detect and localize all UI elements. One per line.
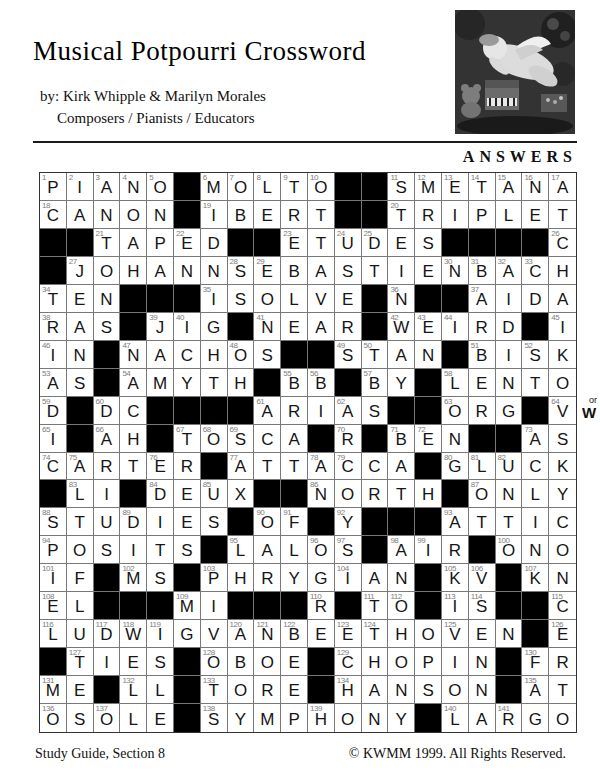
letter-cell: G <box>496 397 523 425</box>
cell-letter: R <box>335 428 361 452</box>
cell-letter: I <box>442 595 468 619</box>
letter-cell: 13E <box>442 173 469 201</box>
letter-cell: 5O <box>147 173 174 201</box>
cell-letter: R <box>549 651 576 675</box>
cell-letter: N <box>469 679 495 703</box>
page-title: Musical Potpourri Crossword <box>33 36 366 67</box>
cell-letter: S <box>522 344 548 368</box>
cell-letter: T <box>201 372 227 396</box>
cell-letter: T <box>281 455 307 479</box>
letter-cell: P <box>415 648 442 676</box>
letter-cell: 101I <box>40 564 67 592</box>
cell-letter: W <box>120 623 146 647</box>
header-photo <box>455 10 575 134</box>
cell-letter: S <box>254 344 280 368</box>
black-cell <box>40 229 67 257</box>
cell-letter: B <box>388 428 414 452</box>
letter-cell: 17A <box>549 173 576 201</box>
cell-letter: T <box>388 204 414 228</box>
letter-cell: N <box>388 676 415 704</box>
black-cell <box>40 257 67 285</box>
letter-cell: 10O <box>308 173 335 201</box>
cell-letter: S <box>228 260 254 284</box>
cell-letter: A <box>388 455 414 479</box>
cherub-photo-illustration <box>455 10 575 134</box>
cell-letter: I <box>496 288 522 312</box>
cell-letter: N <box>94 204 120 228</box>
black-cell <box>415 369 442 397</box>
cell-letter: O <box>40 708 66 732</box>
letter-cell: S <box>254 341 281 369</box>
cell-letter: D <box>362 232 388 256</box>
letter-cell: 136O <box>40 704 67 732</box>
cell-letter: I <box>201 595 227 619</box>
cell-letter: O <box>201 651 227 675</box>
letter-cell: Y <box>549 480 576 508</box>
letter-cell: 133T <box>201 676 228 704</box>
letter-cell: R <box>549 648 576 676</box>
letter-cell: R <box>94 453 121 481</box>
letter-cell: 2I <box>67 173 94 201</box>
cell-letter: R <box>40 316 66 340</box>
letter-cell: 140L <box>442 704 469 732</box>
black-cell <box>469 536 496 564</box>
cell-letter: S <box>335 344 361 368</box>
black-cell <box>308 341 335 369</box>
cell-letter: A <box>335 400 361 424</box>
cell-letter: E <box>174 511 200 535</box>
letter-cell: O <box>549 369 576 397</box>
header-divider <box>33 141 577 143</box>
cell-letter: E <box>281 679 307 703</box>
letter-cell: 82U <box>496 453 523 481</box>
letter-cell: 119I <box>147 620 174 648</box>
letter-cell: E <box>281 313 308 341</box>
cell-letter: T <box>40 288 66 312</box>
cell-letter: B <box>281 260 307 284</box>
letter-cell: 18C <box>40 201 67 229</box>
cell-letter: O <box>228 679 254 703</box>
cell-letter: V <box>201 623 227 647</box>
letter-cell: 130F <box>522 648 549 676</box>
cell-letter: L <box>120 708 146 732</box>
cell-letter: M <box>254 708 280 732</box>
letter-cell: 4N <box>120 173 147 201</box>
letter-cell: A <box>147 341 174 369</box>
letter-cell: I <box>442 648 469 676</box>
byline-roles: Composers / Pianists / Educators <box>57 110 255 127</box>
cell-letter: P <box>469 204 495 228</box>
cell-letter: U <box>496 455 522 479</box>
cell-letter: T <box>67 511 93 535</box>
cell-letter: E <box>147 708 173 732</box>
footer-copyright: © KWMM 1999. All Rights Reserved. <box>349 746 566 762</box>
cell-letter: K <box>522 567 548 591</box>
cell-letter: N <box>254 316 280 340</box>
black-cell <box>174 676 201 704</box>
cell-letter: O <box>228 176 254 200</box>
cell-letter: L <box>281 288 307 312</box>
cell-letter: R <box>281 400 307 424</box>
letter-cell: 105K <box>442 564 469 592</box>
letter-cell: 107K <box>522 564 549 592</box>
letter-cell: Y <box>388 704 415 732</box>
cell-letter: A <box>228 455 254 479</box>
letter-cell: 135A <box>522 676 549 704</box>
cell-letter: N <box>496 623 522 647</box>
black-cell <box>281 341 308 369</box>
letter-cell: I <box>522 508 549 536</box>
letter-cell: O <box>120 201 147 229</box>
letter-cell: T <box>308 201 335 229</box>
letter-cell: E <box>388 229 415 257</box>
letter-cell: 37A <box>469 285 496 313</box>
cell-letter: I <box>442 316 468 340</box>
letter-cell: 74C <box>40 453 67 481</box>
cell-letter: E <box>67 679 93 703</box>
byline: by: Kirk Whipple & Marilyn Morales <box>40 88 266 105</box>
letter-cell: 43E <box>415 313 442 341</box>
cell-letter: N <box>67 344 93 368</box>
letter-cell: 113I <box>442 592 469 620</box>
black-cell <box>228 313 255 341</box>
cell-letter: S <box>362 400 388 424</box>
cell-letter: Y <box>388 708 414 732</box>
cell-letter: N <box>201 260 227 284</box>
letter-cell: O <box>442 676 469 704</box>
cell-letter: K <box>549 455 576 479</box>
cell-letter: K <box>442 567 468 591</box>
cell-letter: O <box>335 708 361 732</box>
black-cell <box>174 201 201 229</box>
cell-letter: T <box>362 595 388 619</box>
letter-cell: N <box>549 564 576 592</box>
cell-letter: B <box>228 204 254 228</box>
cell-letter: T <box>469 176 495 200</box>
cell-letter: A <box>120 372 146 396</box>
cell-letter: S <box>40 511 66 535</box>
letter-cell: S <box>94 536 121 564</box>
black-cell <box>308 648 335 676</box>
letter-cell: L <box>281 285 308 313</box>
letter-cell: 88S <box>40 508 67 536</box>
letter-cell: L <box>496 201 523 229</box>
cell-letter: O <box>308 539 334 563</box>
cell-letter: B <box>281 623 307 647</box>
letter-cell: H <box>362 648 389 676</box>
letter-cell: T <box>549 676 576 704</box>
letter-cell: V <box>308 285 335 313</box>
cell-letter: S <box>67 372 93 396</box>
black-cell <box>40 480 67 508</box>
cell-letter: E <box>415 260 441 284</box>
cell-letter: S <box>94 539 120 563</box>
letter-cell: Y <box>281 564 308 592</box>
cell-letter: E <box>469 372 495 396</box>
cell-letter: B <box>228 651 254 675</box>
letter-cell: 77A <box>228 453 255 481</box>
cell-letter: S <box>67 708 93 732</box>
black-cell <box>415 508 442 536</box>
letter-cell: 87O <box>469 480 496 508</box>
cell-letter: V <box>469 567 495 591</box>
cell-letter: H <box>228 372 254 396</box>
cell-letter: T <box>496 511 522 535</box>
black-cell <box>335 369 362 397</box>
letter-cell: 54A <box>120 369 147 397</box>
cell-letter: L <box>496 204 522 228</box>
cell-letter: R <box>496 708 522 732</box>
cell-letter: L <box>442 372 468 396</box>
cell-letter: N <box>254 623 280 647</box>
letter-cell: D <box>201 229 228 257</box>
cell-letter: N <box>94 288 120 312</box>
cell-letter: P <box>40 539 66 563</box>
black-cell <box>388 397 415 425</box>
cell-letter: A <box>522 428 548 452</box>
letter-cell: 39J <box>147 313 174 341</box>
letter-cell: N <box>469 676 496 704</box>
black-cell <box>254 480 281 508</box>
black-cell <box>469 425 496 453</box>
letter-cell: L <box>120 704 147 732</box>
letter-cell: S <box>415 229 442 257</box>
cell-letter: E <box>254 204 280 228</box>
letter-cell: C <box>362 453 389 481</box>
cell-letter: O <box>442 400 468 424</box>
cell-letter: O <box>335 483 361 507</box>
letter-cell: S <box>362 397 389 425</box>
letter-cell: I <box>496 341 523 369</box>
black-cell <box>362 201 389 229</box>
letter-cell: 48O <box>228 341 255 369</box>
cell-letter: F <box>522 651 548 675</box>
cell-letter: A <box>549 176 576 200</box>
answer-64-alternate: or W <box>578 396 600 420</box>
cell-letter: H <box>308 708 334 732</box>
cell-letter: A <box>254 539 280 563</box>
letter-cell: N <box>362 704 389 732</box>
cell-letter: G <box>496 400 522 424</box>
letter-cell: E <box>174 480 201 508</box>
letter-cell: 75A <box>67 453 94 481</box>
cell-letter: E <box>388 232 414 256</box>
letter-cell: H <box>388 620 415 648</box>
letter-cell: A <box>281 425 308 453</box>
cell-letter: A <box>388 344 414 368</box>
black-cell <box>201 397 228 425</box>
cell-letter: I <box>174 316 200 340</box>
cell-letter: T <box>362 260 388 284</box>
cell-letter: G <box>442 455 468 479</box>
black-cell <box>362 508 389 536</box>
letter-cell: H <box>415 480 442 508</box>
cell-letter: S <box>147 651 173 675</box>
cell-letter: X <box>228 483 254 507</box>
letter-cell: E <box>522 201 549 229</box>
black-cell <box>120 480 147 508</box>
letter-cell: A <box>549 285 576 313</box>
letter-cell: 42W <box>388 313 415 341</box>
cell-letter: A <box>308 260 334 284</box>
letter-cell: R <box>442 536 469 564</box>
letter-cell: 120A <box>228 620 255 648</box>
cell-letter: H <box>388 623 414 647</box>
black-cell <box>415 453 442 481</box>
letter-cell: 8L <box>254 173 281 201</box>
cell-letter: T <box>147 539 173 563</box>
answer-64-alt-letter: W <box>578 405 600 420</box>
black-cell <box>415 564 442 592</box>
black-cell <box>522 620 549 648</box>
cell-letter: M <box>415 176 441 200</box>
letter-cell: 92Y <box>335 508 362 536</box>
cell-letter: E <box>174 232 200 256</box>
cell-letter: T <box>174 428 200 452</box>
letter-cell: T <box>496 508 523 536</box>
letter-cell: R <box>469 397 496 425</box>
cell-letter: P <box>281 708 307 732</box>
cell-letter: T <box>522 372 548 396</box>
letter-cell: E <box>415 257 442 285</box>
letter-cell: D <box>522 285 549 313</box>
cell-letter: H <box>362 651 388 675</box>
letter-cell: 91F <box>281 508 308 536</box>
cell-letter: H <box>120 260 146 284</box>
cell-letter: P <box>201 567 227 591</box>
cell-letter: I <box>549 316 576 340</box>
letter-cell: E <box>281 676 308 704</box>
letter-cell: 40I <box>174 313 201 341</box>
cell-letter: H <box>415 483 441 507</box>
cell-letter: S <box>228 428 254 452</box>
letter-cell: M <box>147 369 174 397</box>
letter-cell: 99I <box>415 536 442 564</box>
cell-letter: P <box>415 651 441 675</box>
cell-letter: L <box>228 539 254 563</box>
black-cell <box>388 508 415 536</box>
cell-letter: S <box>228 288 254 312</box>
cell-letter: B <box>469 260 495 284</box>
letter-cell: 96O <box>308 536 335 564</box>
black-cell <box>228 508 255 536</box>
letter-cell: G <box>174 620 201 648</box>
letter-cell: 103P <box>201 564 228 592</box>
letter-cell: S <box>147 564 174 592</box>
letter-cell: 26C <box>549 229 576 257</box>
cell-letter: R <box>308 595 334 619</box>
cell-letter: D <box>147 483 173 507</box>
letter-cell: Y <box>388 369 415 397</box>
letter-cell: 47N <box>120 341 147 369</box>
cell-letter: Y <box>335 511 361 535</box>
letter-cell: 115C <box>549 592 576 620</box>
letter-cell: 137O <box>94 704 121 732</box>
letter-cell: I <box>308 397 335 425</box>
cell-letter: K <box>549 344 576 368</box>
cell-letter: M <box>201 176 227 200</box>
cell-letter: E <box>147 455 173 479</box>
letter-cell: B <box>281 257 308 285</box>
letter-cell: H <box>228 564 255 592</box>
cell-letter: S <box>335 260 361 284</box>
letter-cell: R <box>362 480 389 508</box>
cell-letter: E <box>120 651 146 675</box>
cell-letter: D <box>522 288 548 312</box>
black-cell <box>442 480 469 508</box>
cell-letter: N <box>388 679 414 703</box>
cell-letter: D <box>496 316 522 340</box>
cell-letter: N <box>442 428 468 452</box>
letter-cell: H <box>228 369 255 397</box>
letter-cell: E <box>147 704 174 732</box>
cell-letter: D <box>40 400 66 424</box>
cell-letter: T <box>281 176 307 200</box>
cell-letter: P <box>147 232 173 256</box>
letter-cell: 125V <box>442 620 469 648</box>
cell-letter: I <box>94 483 120 507</box>
cell-letter: E <box>442 176 468 200</box>
letter-cell: 89D <box>120 508 147 536</box>
cell-letter: C <box>522 455 548 479</box>
cell-letter: S <box>549 428 576 452</box>
cell-letter: F <box>281 511 307 535</box>
letter-cell: 35I <box>201 285 228 313</box>
letter-cell: O <box>94 257 121 285</box>
letter-cell: I <box>201 592 228 620</box>
letter-cell: 76E <box>147 453 174 481</box>
black-cell <box>362 536 389 564</box>
cell-letter: R <box>94 455 120 479</box>
cell-letter: I <box>201 288 227 312</box>
cell-letter: E <box>415 316 441 340</box>
cell-letter: T <box>362 344 388 368</box>
cell-letter: L <box>147 679 173 703</box>
black-cell <box>415 704 442 732</box>
cell-letter: O <box>496 539 522 563</box>
letter-cell: R <box>174 453 201 481</box>
cell-letter: E <box>281 651 307 675</box>
cell-letter: I <box>40 567 66 591</box>
cell-letter: I <box>442 651 468 675</box>
cell-letter: G <box>308 567 334 591</box>
letter-cell: 109M <box>174 592 201 620</box>
cell-letter: O <box>388 651 414 675</box>
letter-cell: 66A <box>94 425 121 453</box>
letter-cell: E <box>67 285 94 313</box>
letter-cell: 20T <box>388 201 415 229</box>
cell-letter: Y <box>388 372 414 396</box>
cell-letter: N <box>388 288 414 312</box>
cell-letter: A <box>522 679 548 703</box>
cell-letter: N <box>469 651 495 675</box>
letter-cell: 24U <box>335 229 362 257</box>
letter-cell: I <box>442 201 469 229</box>
cell-letter: C <box>174 344 200 368</box>
black-cell <box>120 313 147 341</box>
letter-cell: S <box>228 285 255 313</box>
letter-cell: 104I <box>335 564 362 592</box>
letter-cell: 141R <box>496 704 523 732</box>
letter-cell: 27J <box>67 257 94 285</box>
cell-letter: L <box>67 483 93 507</box>
black-cell <box>362 313 389 341</box>
black-cell <box>228 592 255 620</box>
letter-cell: T <box>388 480 415 508</box>
cell-letter: S <box>147 567 173 591</box>
cell-letter: L <box>67 595 93 619</box>
cell-letter: S <box>94 316 120 340</box>
